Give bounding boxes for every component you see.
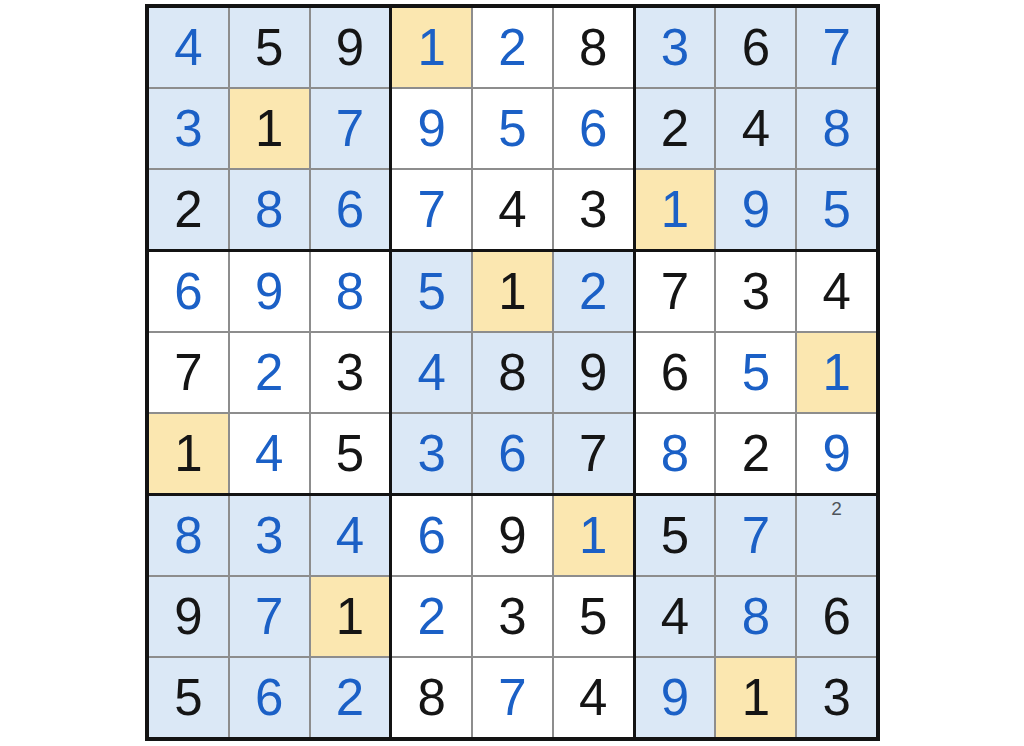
cell-r1c1[interactable]: 4: [149, 8, 228, 87]
filled-digit: 3: [174, 103, 202, 154]
filled-digit: 1: [418, 22, 446, 73]
cell-r7c6[interactable]: 1: [554, 496, 633, 575]
cell-r1c9[interactable]: 7: [797, 8, 876, 87]
cell-r8c2[interactable]: 7: [230, 577, 309, 656]
filled-digit: 2: [255, 347, 283, 398]
cell-r5c2[interactable]: 2: [230, 333, 309, 412]
filled-digit: 2: [498, 22, 526, 73]
cell-r8c4[interactable]: 2: [392, 577, 471, 656]
cell-r1c6[interactable]: 8: [554, 8, 633, 87]
cell-r7c1[interactable]: 8: [149, 496, 228, 575]
given-digit: 9: [579, 347, 607, 398]
cell-r5c8[interactable]: 5: [716, 333, 795, 412]
cell-r7c3[interactable]: 4: [311, 496, 390, 575]
page-background: 4593172861289567433672481956987231455124…: [0, 0, 1024, 746]
given-digit: 5: [174, 672, 202, 723]
cell-r2c9[interactable]: 8: [797, 89, 876, 168]
cell-r6c3[interactable]: 5: [311, 414, 390, 493]
box-7: 834971562: [149, 496, 389, 737]
cell-r7c9[interactable]: 2: [797, 496, 876, 575]
cell-r8c1[interactable]: 9: [149, 577, 228, 656]
cell-r2c1[interactable]: 3: [149, 89, 228, 168]
cell-r6c2[interactable]: 4: [230, 414, 309, 493]
cell-r4c9[interactable]: 4: [797, 252, 876, 331]
filled-digit: 3: [661, 22, 689, 73]
given-digit: 3: [579, 184, 607, 235]
cell-r7c5[interactable]: 9: [473, 496, 552, 575]
sudoku-board: 4593172861289567433672481956987231455124…: [145, 4, 880, 741]
given-digit: 3: [336, 347, 364, 398]
filled-digit: 1: [822, 347, 850, 398]
cell-r8c9[interactable]: 6: [797, 577, 876, 656]
cell-r4c5[interactable]: 1: [473, 252, 552, 331]
filled-digit: 9: [822, 428, 850, 479]
cell-r8c3[interactable]: 1: [311, 577, 390, 656]
cell-r9c8[interactable]: 1: [716, 658, 795, 737]
filled-digit: 8: [336, 266, 364, 317]
filled-digit: 6: [418, 510, 446, 561]
cell-r2c5[interactable]: 5: [473, 89, 552, 168]
cell-r5c9[interactable]: 1: [797, 333, 876, 412]
filled-digit: 8: [742, 591, 770, 642]
given-digit: 1: [255, 103, 283, 154]
filled-digit: 4: [336, 510, 364, 561]
filled-digit: 5: [418, 266, 446, 317]
filled-digit: 4: [174, 22, 202, 73]
box-9: 572486913: [636, 496, 876, 737]
cell-r1c8[interactable]: 6: [716, 8, 795, 87]
filled-digit: 7: [822, 22, 850, 73]
pencil-note: 2: [831, 499, 842, 518]
filled-digit: 6: [255, 672, 283, 723]
filled-digit: 3: [418, 428, 446, 479]
given-digit: 2: [661, 103, 689, 154]
cell-r3c2[interactable]: 8: [230, 170, 309, 249]
filled-digit: 7: [742, 510, 770, 561]
cell-r3c5[interactable]: 4: [473, 170, 552, 249]
cell-r5c3[interactable]: 3: [311, 333, 390, 412]
filled-digit: 9: [255, 266, 283, 317]
given-digit: 6: [661, 347, 689, 398]
cell-r4c2[interactable]: 9: [230, 252, 309, 331]
filled-digit: 9: [742, 184, 770, 235]
filled-digit: 4: [418, 347, 446, 398]
given-digit: 8: [498, 347, 526, 398]
filled-digit: 6: [336, 184, 364, 235]
given-digit: 2: [174, 184, 202, 235]
given-digit: 5: [336, 428, 364, 479]
cell-r9c2[interactable]: 6: [230, 658, 309, 737]
filled-digit: 6: [579, 103, 607, 154]
cell-r9c7[interactable]: 9: [636, 658, 715, 737]
filled-digit: 7: [336, 103, 364, 154]
box-8: 691235874: [392, 496, 632, 737]
cell-r9c9[interactable]: 3: [797, 658, 876, 737]
cell-r2c2[interactable]: 1: [230, 89, 309, 168]
cell-r3c3[interactable]: 6: [311, 170, 390, 249]
given-digit: 6: [822, 591, 850, 642]
filled-digit: 8: [174, 510, 202, 561]
filled-digit: 6: [498, 428, 526, 479]
cell-r1c5[interactable]: 2: [473, 8, 552, 87]
given-digit: 4: [579, 672, 607, 723]
cell-r7c4[interactable]: 6: [392, 496, 471, 575]
cell-r6c8[interactable]: 2: [716, 414, 795, 493]
filled-digit: 1: [579, 510, 607, 561]
given-digit: 8: [579, 22, 607, 73]
cell-r2c6[interactable]: 6: [554, 89, 633, 168]
cell-r8c5[interactable]: 3: [473, 577, 552, 656]
given-digit: 3: [498, 591, 526, 642]
given-digit: 4: [498, 184, 526, 235]
cell-r4c1[interactable]: 6: [149, 252, 228, 331]
filled-digit: 7: [255, 591, 283, 642]
cell-r6c5[interactable]: 6: [473, 414, 552, 493]
given-digit: 7: [661, 266, 689, 317]
cell-r9c4[interactable]: 8: [392, 658, 471, 737]
cell-r9c1[interactable]: 5: [149, 658, 228, 737]
cell-r8c7[interactable]: 4: [636, 577, 715, 656]
cell-r3c6[interactable]: 3: [554, 170, 633, 249]
cell-r6c6[interactable]: 7: [554, 414, 633, 493]
box-1: 459317286: [149, 8, 389, 249]
cell-r4c7[interactable]: 7: [636, 252, 715, 331]
cell-r9c6[interactable]: 4: [554, 658, 633, 737]
given-digit: 2: [742, 428, 770, 479]
cell-r2c3[interactable]: 7: [311, 89, 390, 168]
given-digit: 7: [579, 428, 607, 479]
cell-r4c8[interactable]: 3: [716, 252, 795, 331]
cell-r9c5[interactable]: 7: [473, 658, 552, 737]
given-digit: 3: [822, 672, 850, 723]
filled-digit: 2: [579, 266, 607, 317]
given-digit: 9: [336, 22, 364, 73]
filled-digit: 2: [418, 591, 446, 642]
given-digit: 4: [742, 103, 770, 154]
filled-digit: 8: [255, 184, 283, 235]
filled-digit: 5: [822, 184, 850, 235]
cell-r5c6[interactable]: 9: [554, 333, 633, 412]
filled-digit: 4: [255, 428, 283, 479]
cell-r6c4[interactable]: 3: [392, 414, 471, 493]
given-digit: 1: [174, 428, 202, 479]
cell-r1c2[interactable]: 5: [230, 8, 309, 87]
cell-r7c2[interactable]: 3: [230, 496, 309, 575]
cell-r3c4[interactable]: 7: [392, 170, 471, 249]
cell-r5c4[interactable]: 4: [392, 333, 471, 412]
filled-digit: 5: [742, 347, 770, 398]
given-digit: 9: [174, 591, 202, 642]
given-digit: 9: [498, 510, 526, 561]
cell-r5c5[interactable]: 8: [473, 333, 552, 412]
cell-r3c1[interactable]: 2: [149, 170, 228, 249]
given-digit: 7: [174, 347, 202, 398]
cell-r1c7[interactable]: 3: [636, 8, 715, 87]
cell-r7c8[interactable]: 7: [716, 496, 795, 575]
cell-r1c3[interactable]: 9: [311, 8, 390, 87]
cell-r2c7[interactable]: 2: [636, 89, 715, 168]
box-6: 734651829: [636, 252, 876, 493]
filled-digit: 2: [336, 672, 364, 723]
cell-r3c7[interactable]: 1: [636, 170, 715, 249]
cell-r8c6[interactable]: 5: [554, 577, 633, 656]
cell-r9c3[interactable]: 2: [311, 658, 390, 737]
filled-digit: 7: [418, 184, 446, 235]
cell-r3c9[interactable]: 5: [797, 170, 876, 249]
filled-digit: 9: [418, 103, 446, 154]
box-3: 367248195: [636, 8, 876, 249]
box-5: 512489367: [392, 252, 632, 493]
cell-r6c1[interactable]: 1: [149, 414, 228, 493]
box-2: 128956743: [392, 8, 632, 249]
given-digit: 8: [418, 672, 446, 723]
cell-r4c3[interactable]: 8: [311, 252, 390, 331]
given-digit: 1: [498, 266, 526, 317]
cell-r1c4[interactable]: 1: [392, 8, 471, 87]
cell-r5c1[interactable]: 7: [149, 333, 228, 412]
cell-r2c8[interactable]: 4: [716, 89, 795, 168]
given-digit: 3: [742, 266, 770, 317]
cell-r7c7[interactable]: 5: [636, 496, 715, 575]
filled-digit: 6: [174, 266, 202, 317]
given-digit: 5: [661, 510, 689, 561]
filled-digit: 9: [661, 672, 689, 723]
box-4: 698723145: [149, 252, 389, 493]
given-digit: 1: [336, 591, 364, 642]
filled-digit: 8: [822, 103, 850, 154]
cell-r6c9[interactable]: 9: [797, 414, 876, 493]
cell-r6c7[interactable]: 8: [636, 414, 715, 493]
filled-digit: 7: [498, 672, 526, 723]
given-digit: 6: [742, 22, 770, 73]
filled-digit: 5: [498, 103, 526, 154]
filled-digit: 8: [661, 428, 689, 479]
given-digit: 1: [742, 672, 770, 723]
cell-r4c4[interactable]: 5: [392, 252, 471, 331]
given-digit: 5: [255, 22, 283, 73]
cell-r4c6[interactable]: 2: [554, 252, 633, 331]
given-digit: 4: [822, 266, 850, 317]
filled-digit: 1: [661, 184, 689, 235]
cell-r5c7[interactable]: 6: [636, 333, 715, 412]
given-digit: 5: [579, 591, 607, 642]
cell-r3c8[interactable]: 9: [716, 170, 795, 249]
cell-r2c4[interactable]: 9: [392, 89, 471, 168]
cell-r8c8[interactable]: 8: [716, 577, 795, 656]
given-digit: 4: [661, 591, 689, 642]
filled-digit: 3: [255, 510, 283, 561]
